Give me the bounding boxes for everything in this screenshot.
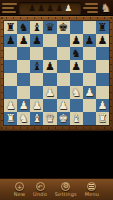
piece-white-rook: ♜ (6, 113, 16, 124)
square-d2[interactable] (43, 99, 56, 112)
piece-black-king: ♚ (58, 22, 68, 33)
square-h2[interactable]: ♟ (96, 99, 109, 112)
square-c4[interactable] (30, 73, 43, 86)
square-c6[interactable] (30, 47, 43, 60)
square-a2[interactable]: ♟ (4, 99, 17, 112)
frame-screw (1, 127, 3, 129)
captured-slot: ♟ (28, 3, 36, 14)
square-f5[interactable]: ♟ (70, 60, 83, 73)
piece-white-pawn: ♟ (98, 100, 108, 111)
frame-ticks-top (6, 17, 107, 19)
chess-statue-icon: ♞ (100, 1, 111, 15)
move-history-line (2, 7, 14, 9)
menu-button[interactable]: Menu (85, 182, 100, 197)
piece-white-knight: ♞ (71, 87, 81, 98)
piece-white-king: ♚ (58, 113, 68, 124)
piece-black-pawn: ♟ (45, 61, 55, 72)
piece-black-pawn: ♟ (19, 35, 29, 46)
move-history-right (83, 3, 98, 13)
piece-black-pawn: ♟ (84, 35, 94, 46)
background-area (0, 131, 113, 178)
square-c7[interactable]: ♟ (30, 34, 43, 47)
nav-label: Undo (33, 192, 47, 197)
piece-white-pawn: ♟ (45, 87, 55, 98)
piece-black-knight: ♞ (71, 48, 81, 59)
captured-slot: ♟ (37, 3, 45, 14)
piece-black-pawn: ♟ (71, 35, 81, 46)
square-c8[interactable]: ♝ (30, 21, 43, 34)
move-history-line (2, 3, 17, 5)
piece-white-rook: ♜ (98, 113, 108, 124)
move-history-line (83, 7, 98, 9)
square-d3[interactable]: ♟ (43, 86, 56, 99)
frame-screw (110, 17, 112, 19)
square-e2[interactable]: ♟ (57, 99, 70, 112)
undo-icon: ↶ (36, 182, 45, 191)
piece-black-pawn: ♟ (98, 35, 108, 46)
square-b2[interactable]: ♟ (17, 99, 30, 112)
square-e7[interactable] (57, 34, 70, 47)
square-h4[interactable] (96, 73, 109, 86)
captured-slot: ♟ (55, 3, 63, 14)
piece-black-rook: ♜ (98, 22, 108, 33)
nav-label: Menu (85, 192, 100, 197)
square-a6[interactable] (4, 47, 17, 60)
square-b3[interactable] (17, 86, 30, 99)
square-a4[interactable] (4, 73, 17, 86)
square-a7[interactable]: ♟ (4, 34, 17, 47)
square-d4[interactable] (43, 73, 56, 86)
settings-icon: ⚙ (61, 182, 70, 191)
board-frame: ♜♞♝♛♚♜♟♟♟♟♟♟♞♝♟♟♟♞♟♟♟♟♟♟♜♞♝♛♚♝♜ (0, 16, 113, 131)
square-c5[interactable]: ♝ (30, 60, 43, 73)
undo-button[interactable]: ↶ Undo (33, 182, 47, 197)
square-a8[interactable]: ♜ (4, 21, 17, 34)
frame-ticks-bottom (6, 127, 107, 129)
square-h7[interactable]: ♟ (96, 34, 109, 47)
square-f7[interactable]: ♟ (70, 34, 83, 47)
piece-black-bishop: ♝ (32, 22, 42, 33)
top-status-bar: ♟♟♟♟♟ ♞ (0, 0, 113, 16)
square-f8[interactable] (70, 21, 83, 34)
square-d6[interactable] (43, 47, 56, 60)
frame-screw (1, 17, 3, 19)
square-e1[interactable]: ♚ (57, 112, 70, 125)
frame-ticks-right (110, 22, 112, 124)
square-g5[interactable] (83, 60, 96, 73)
square-g4[interactable] (83, 73, 96, 86)
square-h3[interactable] (96, 86, 109, 99)
square-b7[interactable]: ♟ (17, 34, 30, 47)
piece-black-knight: ♞ (19, 22, 29, 33)
square-h8[interactable]: ♜ (96, 21, 109, 34)
piece-white-pawn: ♟ (19, 100, 29, 111)
new-game-button[interactable]: + New (14, 182, 26, 197)
piece-white-bishop: ♝ (71, 113, 81, 124)
square-h6[interactable] (96, 47, 109, 60)
square-g3[interactable]: ♟ (83, 86, 96, 99)
square-b4[interactable] (17, 73, 30, 86)
frame-screw (110, 127, 112, 129)
captured-tray: ♟♟♟♟♟ (19, 2, 81, 14)
square-g7[interactable]: ♟ (83, 34, 96, 47)
square-h5[interactable] (96, 60, 109, 73)
square-g1[interactable] (83, 112, 96, 125)
square-a3[interactable] (4, 86, 17, 99)
piece-black-pawn: ♟ (71, 61, 81, 72)
square-c3[interactable] (30, 86, 43, 99)
move-history-left (2, 3, 17, 13)
nav-label: New (14, 192, 26, 197)
piece-black-bishop: ♝ (32, 61, 42, 72)
square-f3[interactable]: ♞ (70, 86, 83, 99)
nav-label: Settings (55, 192, 77, 197)
square-a5[interactable] (4, 60, 17, 73)
square-b8[interactable]: ♞ (17, 21, 30, 34)
piece-black-pawn: ♟ (6, 35, 16, 46)
new-game-icon: + (15, 182, 24, 191)
square-e8[interactable]: ♚ (57, 21, 70, 34)
captured-slot: ♟ (46, 3, 54, 14)
square-e6[interactable] (57, 47, 70, 60)
square-g2[interactable] (83, 99, 96, 112)
square-h1[interactable]: ♜ (96, 112, 109, 125)
square-c1[interactable]: ♝ (30, 112, 43, 125)
chess-board: ♜♞♝♛♚♜♟♟♟♟♟♟♞♝♟♟♟♞♟♟♟♟♟♟♜♞♝♛♚♝♜ (4, 21, 109, 125)
captured-white-pawn: ♟ (64, 3, 72, 14)
move-history-line (85, 3, 98, 5)
piece-black-pawn: ♟ (32, 35, 42, 46)
square-b5[interactable] (17, 60, 30, 73)
square-d7[interactable] (43, 34, 56, 47)
square-e4[interactable] (57, 73, 70, 86)
piece-black-rook: ♜ (6, 22, 16, 33)
frame-ticks-left (1, 22, 3, 124)
bottom-nav-bar: + New ↶ Undo ⚙ Settings Menu (0, 178, 113, 200)
move-history-line (2, 11, 16, 13)
square-e3[interactable] (57, 86, 70, 99)
square-c2[interactable]: ♟ (30, 99, 43, 112)
square-b6[interactable] (17, 47, 30, 60)
settings-button[interactable]: ⚙ Settings (55, 182, 77, 197)
menu-icon (87, 182, 96, 191)
move-history-line (87, 11, 98, 13)
piece-black-queen: ♛ (45, 22, 55, 33)
piece-white-knight: ♞ (19, 113, 29, 124)
piece-white-pawn: ♟ (32, 100, 42, 111)
square-g6[interactable] (83, 47, 96, 60)
piece-white-queen: ♛ (45, 113, 55, 124)
square-e5[interactable] (57, 60, 70, 73)
square-f2[interactable] (70, 99, 83, 112)
piece-white-pawn: ♟ (58, 100, 68, 111)
square-b1[interactable]: ♞ (17, 112, 30, 125)
square-d5[interactable]: ♟ (43, 60, 56, 73)
square-d1[interactable]: ♛ (43, 112, 56, 125)
square-f4[interactable] (70, 73, 83, 86)
square-g8[interactable] (83, 21, 96, 34)
piece-white-pawn: ♟ (84, 87, 94, 98)
square-d8[interactable]: ♛ (43, 21, 56, 34)
piece-white-pawn: ♟ (6, 100, 16, 111)
square-f1[interactable]: ♝ (70, 112, 83, 125)
piece-white-bishop: ♝ (32, 113, 42, 124)
square-a1[interactable]: ♜ (4, 112, 17, 125)
square-f6[interactable]: ♞ (70, 47, 83, 60)
